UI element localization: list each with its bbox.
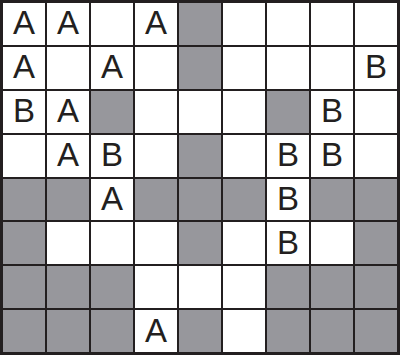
grid-cell-r1c5[interactable] <box>179 3 221 45</box>
grid-cell-r7c4[interactable] <box>135 266 177 308</box>
cell-letter-a: A <box>145 6 167 39</box>
grid-cell-r5c8[interactable] <box>311 179 353 221</box>
grid-cell-r4c3[interactable]: B <box>91 135 133 177</box>
grid-cell-r5c4[interactable] <box>135 179 177 221</box>
cell-letter-b: B <box>365 50 387 83</box>
cell-letter-b: B <box>277 182 299 215</box>
grid-cell-r6c9[interactable] <box>355 222 397 264</box>
cell-letter-a: A <box>57 138 79 171</box>
grid-cell-r6c7[interactable]: B <box>267 222 309 264</box>
grid-cell-r1c2[interactable]: A <box>47 3 89 45</box>
grid-cell-r7c7[interactable] <box>267 266 309 308</box>
grid-cell-r1c7[interactable] <box>267 3 309 45</box>
cell-letter-a: A <box>101 182 123 215</box>
grid-cell-r8c6[interactable] <box>223 310 265 352</box>
cell-letter-a: A <box>13 6 35 39</box>
grid-cell-r4c4[interactable] <box>135 135 177 177</box>
grid-cell-r8c9[interactable] <box>355 310 397 352</box>
grid-cell-r3c2[interactable]: A <box>47 91 89 133</box>
grid-cell-r7c5[interactable] <box>179 266 221 308</box>
grid-cell-r1c1[interactable]: A <box>3 3 45 45</box>
grid-cell-r8c7[interactable] <box>267 310 309 352</box>
grid-cell-r4c1[interactable] <box>3 135 45 177</box>
cell-letter-b: B <box>13 94 35 127</box>
grid-cell-r5c5[interactable] <box>179 179 221 221</box>
grid-cell-r2c7[interactable] <box>267 47 309 89</box>
grid-cell-r7c2[interactable] <box>47 266 89 308</box>
grid-cell-r4c9[interactable] <box>355 135 397 177</box>
grid-cell-r8c3[interactable] <box>91 310 133 352</box>
grid-cell-r6c2[interactable] <box>47 222 89 264</box>
cell-letter-b: B <box>277 226 299 259</box>
grid-cell-r6c8[interactable] <box>311 222 353 264</box>
grid-cell-r7c9[interactable] <box>355 266 397 308</box>
grid-cell-r3c3[interactable] <box>91 91 133 133</box>
grid-cell-r4c8[interactable]: B <box>311 135 353 177</box>
grid-cell-r6c4[interactable] <box>135 222 177 264</box>
cell-letter-b: B <box>101 138 123 171</box>
grid-cell-r5c6[interactable] <box>223 179 265 221</box>
grid-cell-r4c6[interactable] <box>223 135 265 177</box>
cell-letter-a: A <box>145 314 167 347</box>
grid-cell-r1c8[interactable] <box>311 3 353 45</box>
grid-cell-r5c1[interactable] <box>3 179 45 221</box>
grid-cell-r6c3[interactable] <box>91 222 133 264</box>
grid-cell-r1c4[interactable]: A <box>135 3 177 45</box>
grid-cell-r7c3[interactable] <box>91 266 133 308</box>
cell-letter-b: B <box>321 138 343 171</box>
grid-cell-r3c9[interactable] <box>355 91 397 133</box>
grid-cell-r3c1[interactable]: B <box>3 91 45 133</box>
grid-cell-r6c1[interactable] <box>3 222 45 264</box>
grid-cell-r2c4[interactable] <box>135 47 177 89</box>
grid-cell-r1c6[interactable] <box>223 3 265 45</box>
grid-cell-r2c8[interactable] <box>311 47 353 89</box>
grid-cell-r8c1[interactable] <box>3 310 45 352</box>
grid-cell-r6c5[interactable] <box>179 222 221 264</box>
grid-cell-r3c5[interactable] <box>179 91 221 133</box>
grid-cell-r4c7[interactable]: B <box>267 135 309 177</box>
grid-cell-r3c6[interactable] <box>223 91 265 133</box>
grid-cell-r5c2[interactable] <box>47 179 89 221</box>
grid-cell-r1c9[interactable] <box>355 3 397 45</box>
cell-letter-a: A <box>101 50 123 83</box>
cell-letter-b: B <box>321 94 343 127</box>
puzzle-grid: AAAAABBABABBBABBA <box>0 0 400 355</box>
grid-cell-r4c5[interactable] <box>179 135 221 177</box>
grid-cell-r2c5[interactable] <box>179 47 221 89</box>
grid-cell-r3c7[interactable] <box>267 91 309 133</box>
grid-cell-r2c6[interactable] <box>223 47 265 89</box>
grid-cell-r8c8[interactable] <box>311 310 353 352</box>
grid-cell-r3c4[interactable] <box>135 91 177 133</box>
grid-cell-r7c6[interactable] <box>223 266 265 308</box>
grid-cell-r4c2[interactable]: A <box>47 135 89 177</box>
grid-cell-r5c3[interactable]: A <box>91 179 133 221</box>
grid-cell-r8c4[interactable]: A <box>135 310 177 352</box>
grid-cell-r5c9[interactable] <box>355 179 397 221</box>
cell-letter-a: A <box>13 50 35 83</box>
grid-cell-r7c1[interactable] <box>3 266 45 308</box>
grid-cell-r7c8[interactable] <box>311 266 353 308</box>
grid-cell-r2c1[interactable]: A <box>3 47 45 89</box>
grid-cell-r1c3[interactable] <box>91 3 133 45</box>
grid-cell-r8c2[interactable] <box>47 310 89 352</box>
cell-letter-b: B <box>277 138 299 171</box>
grid-cell-r2c2[interactable] <box>47 47 89 89</box>
grid-cell-r6c6[interactable] <box>223 222 265 264</box>
grid-cell-r5c7[interactable]: B <box>267 179 309 221</box>
cell-letter-a: A <box>57 6 79 39</box>
grid-cell-r2c9[interactable]: B <box>355 47 397 89</box>
grid-cell-r3c8[interactable]: B <box>311 91 353 133</box>
grid-cell-r8c5[interactable] <box>179 310 221 352</box>
cell-letter-a: A <box>57 94 79 127</box>
grid-cell-r2c3[interactable]: A <box>91 47 133 89</box>
